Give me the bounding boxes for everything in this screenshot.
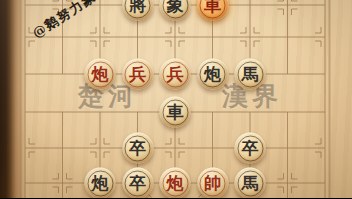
piece-glyph: 馬: [242, 66, 259, 83]
piece-glyph: 象: [167, 0, 184, 14]
piece-red-cannon[interactable]: 炮: [85, 59, 116, 90]
piece-black-soldier[interactable]: 卒: [122, 168, 153, 199]
piece-glyph: 車: [204, 0, 221, 14]
piece-glyph: 炮: [92, 66, 109, 83]
piece-black-cannon[interactable]: 炮: [197, 59, 228, 90]
piece-black-horse[interactable]: 馬: [235, 59, 266, 90]
xiangqi-board[interactable]: 楚河 漢界 @鹅努力象 將象車炮兵兵炮馬車卒卒炮卒炮帥馬: [0, 0, 352, 198]
piece-red-general[interactable]: 帥: [197, 168, 228, 199]
piece-black-chariot[interactable]: 車: [160, 97, 191, 128]
piece-glyph: 炮: [204, 66, 221, 83]
piece-glyph: 馬: [242, 175, 259, 192]
piece-red-soldier[interactable]: 兵: [160, 59, 191, 90]
piece-glyph: 炮: [92, 175, 109, 192]
piece-glyph: 卒: [242, 140, 259, 157]
piece-glyph: 帥: [204, 175, 221, 192]
piece-glyph: 卒: [129, 175, 146, 192]
piece-glyph: 炮: [167, 175, 184, 192]
piece-glyph: 車: [167, 104, 184, 121]
piece-red-soldier[interactable]: 兵: [122, 59, 153, 90]
piece-glyph: 將: [129, 0, 146, 14]
piece-glyph: 兵: [129, 66, 146, 83]
piece-black-horse[interactable]: 馬: [235, 168, 266, 199]
piece-glyph: 兵: [167, 66, 184, 83]
piece-black-soldier[interactable]: 卒: [235, 133, 266, 164]
piece-black-cannon[interactable]: 炮: [85, 168, 116, 199]
piece-black-soldier[interactable]: 卒: [122, 133, 153, 164]
piece-glyph: 卒: [129, 140, 146, 157]
piece-red-cannon[interactable]: 炮: [160, 168, 191, 199]
